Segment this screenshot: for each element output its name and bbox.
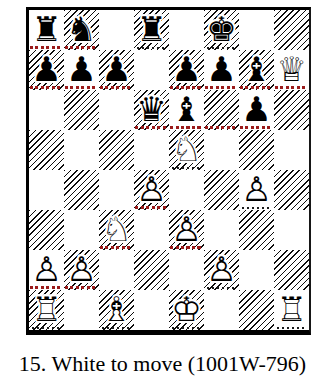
white-pawn-e3: ♟♙ [169, 210, 204, 250]
chess-board-frame: ♜♜♞♞♜♜♚♚♟♟♟♟♟♟♟♟♟♟♝♝♛♕♛♛♝♝♟♟♞♘♟♙♟♙♞♘♟♙♟♙… [26, 7, 311, 335]
square-e4[interactable] [169, 170, 204, 210]
black-knight-b8: ♞♞ [64, 10, 99, 50]
square-h2[interactable] [274, 250, 309, 290]
square-c1[interactable]: ♝♗ [99, 290, 134, 330]
square-h4[interactable] [274, 170, 309, 210]
square-e2[interactable] [169, 250, 204, 290]
square-e1[interactable]: ♚♔ [169, 290, 204, 330]
square-a8[interactable]: ♜♜ [29, 10, 64, 50]
square-d1[interactable] [134, 290, 169, 330]
square-c4[interactable] [99, 170, 134, 210]
square-f4[interactable] [204, 170, 239, 210]
square-a5[interactable] [29, 130, 64, 170]
white-pawn-g4: ♟♙ [239, 170, 274, 210]
square-b1[interactable] [64, 290, 99, 330]
white-pawn-b2: ♟♙ [64, 250, 99, 290]
square-h8[interactable] [274, 10, 309, 50]
square-h5[interactable] [274, 130, 309, 170]
square-g5[interactable] [239, 130, 274, 170]
square-d5[interactable] [134, 130, 169, 170]
white-pawn-a2: ♟♙ [29, 250, 64, 290]
black-queen-d6: ♛♛ [134, 90, 169, 130]
square-g4[interactable]: ♟♙ [239, 170, 274, 210]
square-f6[interactable] [204, 90, 239, 130]
square-b3[interactable] [64, 210, 99, 250]
square-d4[interactable]: ♟♙ [134, 170, 169, 210]
square-h7[interactable]: ♛♕ [274, 50, 309, 90]
square-g7[interactable]: ♝♝ [239, 50, 274, 90]
square-g3[interactable] [239, 210, 274, 250]
black-bishop-e6: ♝♝ [169, 90, 204, 130]
black-pawn-a7: ♟♟ [29, 50, 64, 90]
black-pawn-b7: ♟♟ [64, 50, 99, 90]
square-b8[interactable]: ♞♞ [64, 10, 99, 50]
square-g8[interactable] [239, 10, 274, 50]
square-f5[interactable] [204, 130, 239, 170]
black-rook-d8: ♜♜ [134, 10, 169, 50]
square-b4[interactable] [64, 170, 99, 210]
white-knight-e5: ♞♘ [169, 130, 204, 170]
square-d8[interactable]: ♜♜ [134, 10, 169, 50]
square-d6[interactable]: ♛♛ [134, 90, 169, 130]
square-h1[interactable]: ♜♖ [274, 290, 309, 330]
black-pawn-g6: ♟♟ [239, 90, 274, 130]
square-d3[interactable] [134, 210, 169, 250]
white-rook-h1: ♜♖ [274, 290, 309, 330]
square-g6[interactable]: ♟♟ [239, 90, 274, 130]
white-knight-c3: ♞♘ [99, 210, 134, 250]
square-b6[interactable] [64, 90, 99, 130]
square-d2[interactable] [134, 250, 169, 290]
black-pawn-e7: ♟♟ [169, 50, 204, 90]
square-e6[interactable]: ♝♝ [169, 90, 204, 130]
square-e5[interactable]: ♞♘ [169, 130, 204, 170]
square-b5[interactable] [64, 130, 99, 170]
square-a6[interactable] [29, 90, 64, 130]
square-f1[interactable] [204, 290, 239, 330]
square-h6[interactable] [274, 90, 309, 130]
square-e7[interactable]: ♟♟ [169, 50, 204, 90]
square-h3[interactable] [274, 210, 309, 250]
black-pawn-f7: ♟♟ [204, 50, 239, 90]
black-bishop-g7: ♝♝ [239, 50, 274, 90]
black-king-f8: ♚♚ [204, 10, 239, 50]
square-c5[interactable] [99, 130, 134, 170]
square-a7[interactable]: ♟♟ [29, 50, 64, 90]
chess-board: ♜♜♞♞♜♜♚♚♟♟♟♟♟♟♟♟♟♟♝♝♛♕♛♛♝♝♟♟♞♘♟♙♟♙♞♘♟♙♟♙… [29, 10, 309, 330]
white-king-e1: ♚♔ [169, 290, 204, 330]
square-c2[interactable] [99, 250, 134, 290]
square-c6[interactable] [99, 90, 134, 130]
square-c3[interactable]: ♞♘ [99, 210, 134, 250]
white-pawn-f2: ♟♙ [204, 250, 239, 290]
square-a1[interactable]: ♜♖ [29, 290, 64, 330]
white-bishop-c1: ♝♗ [99, 290, 134, 330]
white-queen-h7: ♛♕ [274, 50, 309, 90]
diagram-caption: 15. White to move (1001W-796) [0, 351, 325, 377]
square-b7[interactable]: ♟♟ [64, 50, 99, 90]
square-a4[interactable] [29, 170, 64, 210]
square-d7[interactable] [134, 50, 169, 90]
square-e3[interactable]: ♟♙ [169, 210, 204, 250]
square-a3[interactable] [29, 210, 64, 250]
square-f7[interactable]: ♟♟ [204, 50, 239, 90]
white-pawn-d4: ♟♙ [134, 170, 169, 210]
square-g2[interactable] [239, 250, 274, 290]
square-e8[interactable] [169, 10, 204, 50]
square-a2[interactable]: ♟♙ [29, 250, 64, 290]
square-c7[interactable]: ♟♟ [99, 50, 134, 90]
square-g1[interactable] [239, 290, 274, 330]
chess-diagram-figure: ♜♜♞♞♜♜♚♚♟♟♟♟♟♟♟♟♟♟♝♝♛♕♛♛♝♝♟♟♞♘♟♙♟♙♞♘♟♙♟♙… [0, 0, 325, 390]
square-f3[interactable] [204, 210, 239, 250]
square-f2[interactable]: ♟♙ [204, 250, 239, 290]
black-rook-a8: ♜♜ [29, 10, 64, 50]
square-b2[interactable]: ♟♙ [64, 250, 99, 290]
white-rook-a1: ♜♖ [29, 290, 64, 330]
square-f8[interactable]: ♚♚ [204, 10, 239, 50]
black-pawn-c7: ♟♟ [99, 50, 134, 90]
square-c8[interactable] [99, 10, 134, 50]
